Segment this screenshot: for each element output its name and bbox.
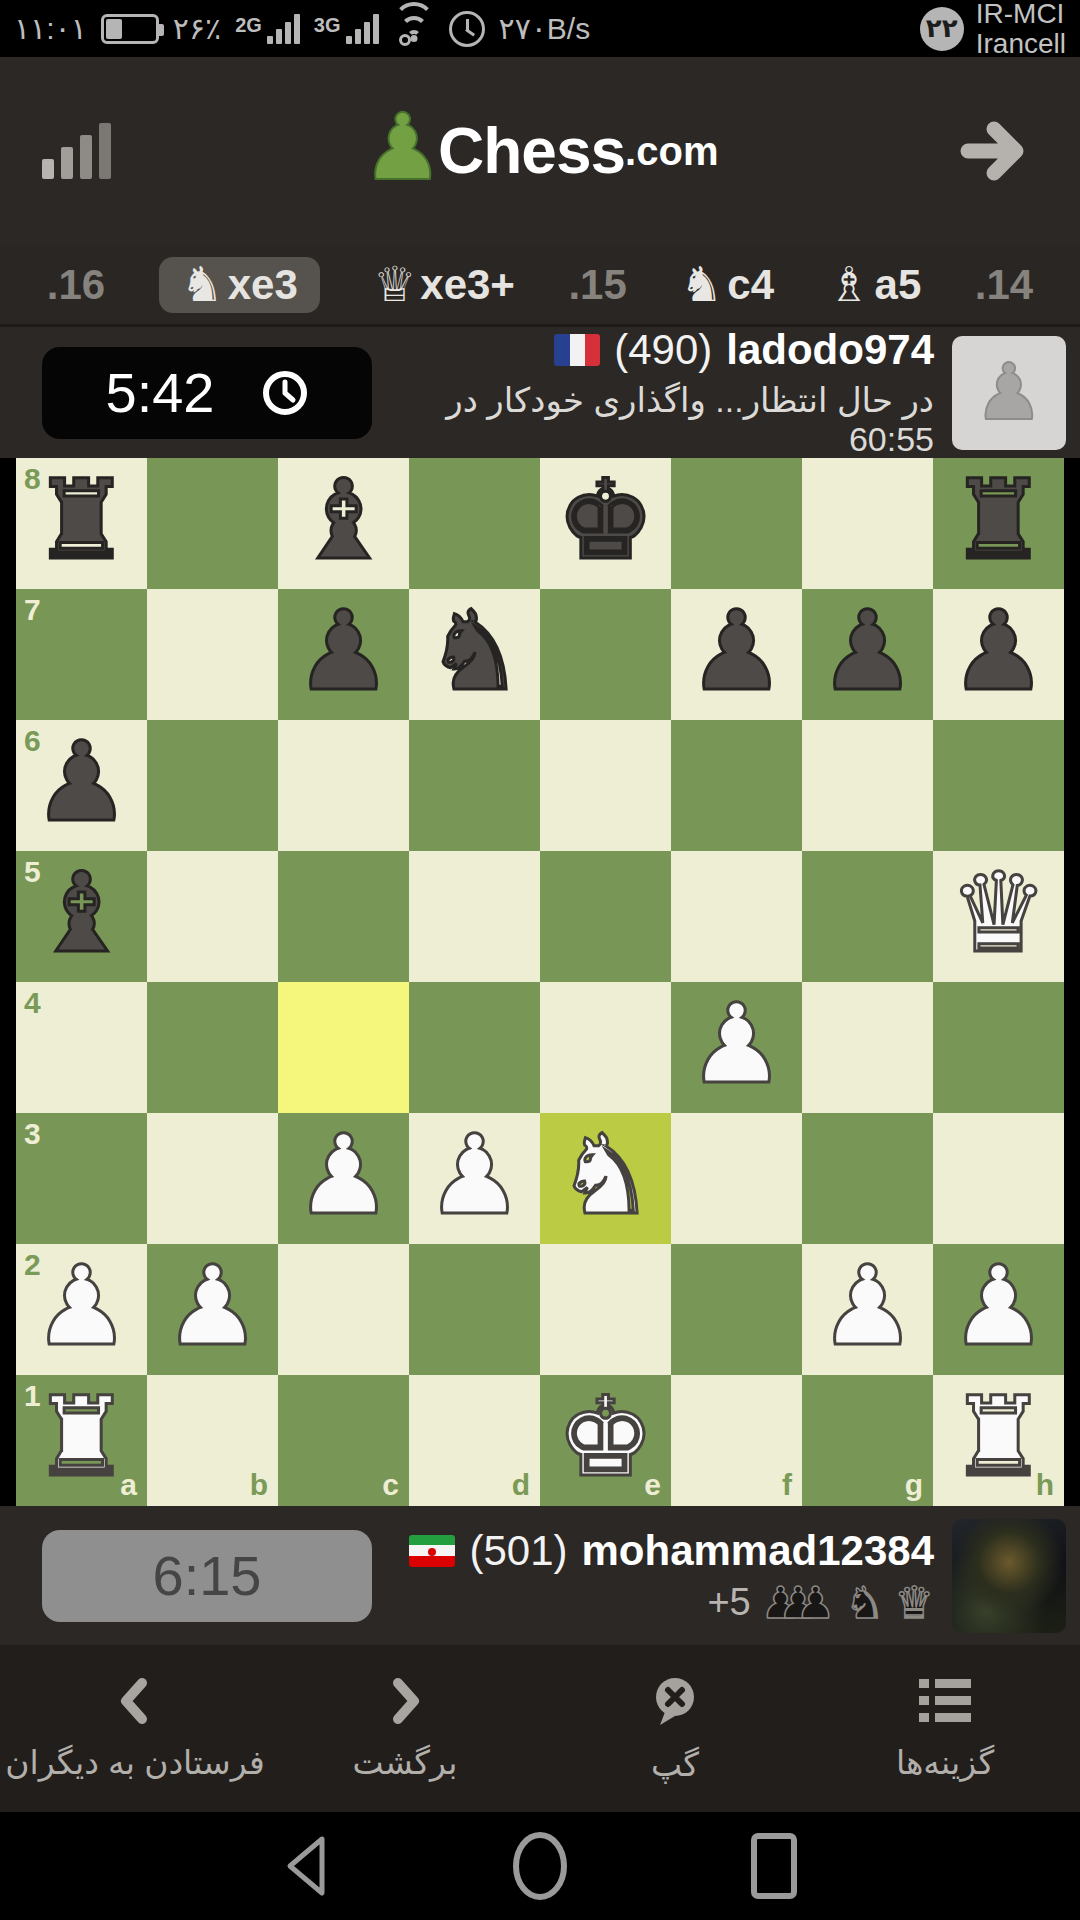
- square-b7[interactable]: [147, 589, 278, 720]
- rank-label-4: 4: [24, 988, 41, 1018]
- move-text: xe3+: [420, 261, 515, 309]
- captured-pieces: +5 ♟♟♟♞♛: [707, 1581, 934, 1625]
- white-pawn: ♟: [425, 1120, 524, 1230]
- move-c4[interactable]: ♞c4: [680, 261, 774, 309]
- share-button[interactable]: فرستادن به دیگران: [0, 1675, 270, 1782]
- black-knight: ♞: [425, 596, 524, 706]
- square-b2[interactable]: ♟: [147, 1244, 278, 1375]
- list-options-icon: [917, 1675, 973, 1727]
- default-pawn-avatar-icon: ♟: [974, 347, 1044, 438]
- square-a6[interactable]: 6♟: [16, 720, 147, 851]
- app-header: ♟ Chess .com: [0, 57, 1080, 245]
- white-pawn: ♟: [818, 1251, 917, 1361]
- move-number: .14: [975, 261, 1033, 309]
- opponent-row: 5:42 (490) ladodo974 در حال انتظار... وا…: [0, 327, 1080, 458]
- move-number: .16: [47, 261, 105, 309]
- android-home-button[interactable]: [510, 1830, 570, 1902]
- square-b4[interactable]: [147, 982, 278, 1113]
- square-d4[interactable]: [409, 982, 540, 1113]
- square-h7[interactable]: ♟: [933, 589, 1064, 720]
- square-d8[interactable]: [409, 458, 540, 589]
- white-rook: ♜: [32, 1382, 131, 1492]
- square-e7[interactable]: [540, 589, 671, 720]
- square-e1[interactable]: e♚: [540, 1375, 671, 1506]
- square-b6[interactable]: [147, 720, 278, 851]
- square-f8[interactable]: [671, 458, 802, 589]
- captured-queen-icon: ♛: [895, 1581, 934, 1625]
- square-a4[interactable]: 4: [16, 982, 147, 1113]
- captured-pawn-icon: ♟: [796, 1581, 835, 1625]
- square-g2[interactable]: ♟: [802, 1244, 933, 1375]
- square-f4[interactable]: ♟: [671, 982, 802, 1113]
- green-pawn-logo-icon: ♟: [362, 101, 444, 193]
- square-a5[interactable]: 5♝: [16, 851, 147, 982]
- alarm-icon: [449, 11, 485, 47]
- square-a3[interactable]: 3: [16, 1113, 147, 1244]
- square-c4[interactable]: [278, 982, 409, 1113]
- signal-bars-icon: [346, 14, 379, 44]
- status-time: ۱۱:۰۱: [14, 11, 87, 46]
- square-h4[interactable]: [933, 982, 1064, 1113]
- square-f7[interactable]: ♟: [671, 589, 802, 720]
- material-advantage: +5: [707, 1581, 750, 1624]
- opponent-name: ladodo974: [726, 326, 934, 374]
- android-recents-button[interactable]: [748, 1830, 800, 1902]
- square-h8[interactable]: ♜: [933, 458, 1064, 589]
- file-label-f: f: [782, 1470, 792, 1500]
- captured-knight-icon: ♞: [845, 1581, 884, 1625]
- black-rook: ♜: [949, 465, 1048, 575]
- white-pawn: ♟: [32, 1251, 131, 1361]
- chevron-right-icon: [379, 1675, 431, 1727]
- square-g6[interactable]: [802, 720, 933, 851]
- square-e5[interactable]: [540, 851, 671, 982]
- square-d7[interactable]: ♞: [409, 589, 540, 720]
- square-c5[interactable]: [278, 851, 409, 982]
- chevron-left-icon: [109, 1675, 161, 1727]
- square-e6[interactable]: [540, 720, 671, 851]
- square-e8[interactable]: ♚: [540, 458, 671, 589]
- square-c6[interactable]: [278, 720, 409, 851]
- file-label-g: g: [905, 1470, 923, 1500]
- data-rate: ۲۷۰B/s: [499, 11, 591, 46]
- black-rook: ♜: [32, 465, 131, 575]
- rank-label-3: 3: [24, 1119, 41, 1149]
- black-pawn: ♟: [294, 596, 393, 706]
- square-c2[interactable]: [278, 1244, 409, 1375]
- move-text: .15: [568, 261, 626, 309]
- square-d2[interactable]: [409, 1244, 540, 1375]
- player-avatar[interactable]: [952, 1519, 1066, 1633]
- chat-disabled-icon: [647, 1673, 703, 1729]
- square-a2[interactable]: 2♟: [16, 1244, 147, 1375]
- square-c7[interactable]: ♟: [278, 589, 409, 720]
- square-b3[interactable]: [147, 1113, 278, 1244]
- player-name: mohammad12384: [581, 1527, 934, 1575]
- square-b8[interactable]: [147, 458, 278, 589]
- black-queen-figurine-icon: ♕: [373, 261, 416, 309]
- signal-bars-icon: [267, 14, 300, 44]
- square-h1[interactable]: h♜: [933, 1375, 1064, 1506]
- square-h5[interactable]: ♛: [933, 851, 1064, 982]
- notification-badge: ۲۲: [920, 7, 964, 51]
- opponent-rating: (490): [614, 326, 712, 374]
- square-h3[interactable]: [933, 1113, 1064, 1244]
- square-f2[interactable]: [671, 1244, 802, 1375]
- white-pawn: ♟: [687, 989, 786, 1099]
- square-g3[interactable]: [802, 1113, 933, 1244]
- arrow-right-icon[interactable]: [918, 109, 1038, 193]
- square-g7[interactable]: ♟: [802, 589, 933, 720]
- wifi-icon: [393, 12, 435, 46]
- square-g1[interactable]: g: [802, 1375, 933, 1506]
- square-h6[interactable]: [933, 720, 1064, 851]
- move-xe3+[interactable]: ♕xe3+: [373, 261, 515, 309]
- square-a1[interactable]: 1a♜: [16, 1375, 147, 1506]
- white-king: ♚: [556, 1382, 655, 1492]
- white-knight-figurine-icon: ♞: [181, 261, 224, 309]
- move-a5[interactable]: ♗a5: [828, 261, 922, 309]
- move-text: .14: [975, 261, 1033, 309]
- square-c1[interactable]: c: [278, 1375, 409, 1506]
- signal-2g: 2G: [235, 14, 300, 44]
- square-h2[interactable]: ♟: [933, 1244, 1064, 1375]
- move-text: xe3: [228, 261, 298, 309]
- signal-3g: 3G: [314, 14, 379, 44]
- square-c3[interactable]: ♟: [278, 1113, 409, 1244]
- move-text: a5: [875, 261, 922, 309]
- square-f3[interactable]: [671, 1113, 802, 1244]
- move-text: c4: [727, 261, 774, 309]
- status-bar: ۱۱:۰۱ ۲۶٪ 2G 3G ۲۷۰B/s ۲۲ IR-MCI Irancel…: [0, 0, 1080, 57]
- square-d5[interactable]: [409, 851, 540, 982]
- battery-icon: [101, 14, 159, 44]
- back-button[interactable]: برگشت: [270, 1675, 540, 1782]
- square-a8[interactable]: 8♜: [16, 458, 147, 589]
- android-navigation-bar: [0, 1812, 1080, 1920]
- white-pawn: ♟: [294, 1120, 393, 1230]
- iran-flag-icon: [409, 1535, 455, 1567]
- square-e3[interactable]: ♞: [540, 1113, 671, 1244]
- chat-button[interactable]: گپ: [540, 1673, 810, 1784]
- square-c8[interactable]: ♝: [278, 458, 409, 589]
- square-f6[interactable]: [671, 720, 802, 851]
- opponent-status: در حال انتظار... واگذاری خودکار در 60:55: [372, 380, 934, 459]
- square-g8[interactable]: [802, 458, 933, 589]
- opponent-clock: 5:42: [42, 347, 372, 439]
- black-bishop: ♝: [32, 858, 131, 968]
- rank-label-7: 7: [24, 595, 41, 625]
- square-b1[interactable]: b: [147, 1375, 278, 1506]
- move-xe3[interactable]: ♞xe3: [159, 257, 320, 313]
- options-button[interactable]: گزینه‌ها: [810, 1675, 1080, 1782]
- square-b5[interactable]: [147, 851, 278, 982]
- chess-board[interactable]: 8♜♝♚♜7♟♞♟♟♟6♟5♝♛4♟3♟♟♞2♟♟♟♟1a♜bcde♚fgh♜: [16, 458, 1064, 1506]
- white-knight: ♞: [556, 1120, 655, 1230]
- square-g5[interactable]: [802, 851, 933, 982]
- square-d6[interactable]: [409, 720, 540, 851]
- france-flag-icon: [554, 334, 600, 366]
- black-pawn: ♟: [32, 727, 131, 837]
- captured-piece-icons: ♟♟♟♞♛: [761, 1581, 934, 1625]
- white-rook: ♜: [949, 1382, 1048, 1492]
- carrier-name: IR-MCI Irancell: [976, 0, 1066, 59]
- move-number: .15: [568, 261, 626, 309]
- battery-percent: ۲۶٪: [173, 11, 221, 46]
- file-label-b: b: [250, 1470, 268, 1500]
- white-queen: ♛: [949, 858, 1048, 968]
- white-knight-figurine-icon: ♞: [680, 261, 723, 309]
- move-list-ticker: .16♞xe3♕xe3+.15♞c4♗a5.14: [0, 245, 1080, 327]
- black-pawn: ♟: [687, 596, 786, 706]
- clock-icon: [261, 369, 309, 417]
- file-label-c: c: [382, 1470, 399, 1500]
- game-toolbar: فرستادن به دیگران برگشت گپ گزینه‌ها: [0, 1645, 1080, 1812]
- black-pawn: ♟: [949, 596, 1048, 706]
- black-bishop-figurine-icon: ♗: [828, 261, 871, 309]
- file-label-d: d: [512, 1470, 530, 1500]
- chesscom-logo: ♟ Chess .com: [162, 105, 918, 197]
- move-text: .16: [47, 261, 105, 309]
- square-a7[interactable]: 7: [16, 589, 147, 720]
- square-d3[interactable]: ♟: [409, 1113, 540, 1244]
- white-pawn: ♟: [949, 1251, 1048, 1361]
- connection-strength-icon[interactable]: [42, 123, 162, 179]
- player-clock: 6:15: [42, 1530, 372, 1622]
- square-g4[interactable]: [802, 982, 933, 1113]
- white-pawn: ♟: [163, 1251, 262, 1361]
- black-king: ♚: [556, 465, 655, 575]
- player-rating: (501): [469, 1527, 567, 1575]
- square-e2[interactable]: [540, 1244, 671, 1375]
- square-d1[interactable]: d: [409, 1375, 540, 1506]
- android-back-button[interactable]: [280, 1833, 332, 1899]
- black-pawn: ♟: [818, 596, 917, 706]
- square-f1[interactable]: f: [671, 1375, 802, 1506]
- square-e4[interactable]: [540, 982, 671, 1113]
- square-f5[interactable]: [671, 851, 802, 982]
- black-bishop: ♝: [294, 465, 393, 575]
- opponent-avatar[interactable]: ♟: [952, 336, 1066, 450]
- player-row: 6:15 (501) mohammad12384 +5 ♟♟♟♞♛: [0, 1506, 1080, 1645]
